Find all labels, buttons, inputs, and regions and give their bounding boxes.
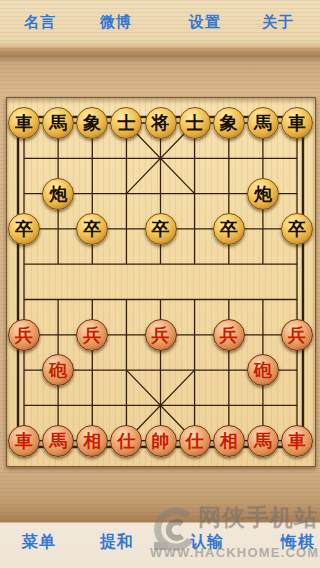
offer-draw-button[interactable]: 提和 (100, 532, 134, 553)
piece-black-cannon[interactable]: 炮 (247, 178, 279, 210)
piece-black-soldier[interactable]: 卒 (145, 213, 177, 245)
menu-button[interactable]: 菜单 (22, 532, 56, 553)
piece-red-advisor[interactable]: 仕 (179, 425, 211, 457)
about-button[interactable]: 关于 (262, 13, 294, 32)
piece-red-general[interactable]: 帥 (145, 425, 177, 457)
bottom-toolbar: 菜单提和认输悔棋 (0, 523, 320, 568)
piece-red-elephant[interactable]: 相 (213, 425, 245, 457)
weibo-button[interactable]: 微博 (100, 13, 132, 32)
piece-black-soldier[interactable]: 卒 (76, 213, 108, 245)
piece-black-elephant[interactable]: 象 (76, 107, 108, 139)
piece-red-soldier[interactable]: 兵 (281, 319, 313, 351)
piece-red-cannon[interactable]: 砲 (42, 354, 74, 386)
piece-black-horse[interactable]: 馬 (247, 107, 279, 139)
piece-red-advisor[interactable]: 仕 (110, 425, 142, 457)
undo-move-button[interactable]: 悔棋 (281, 532, 315, 553)
piece-red-soldier[interactable]: 兵 (213, 319, 245, 351)
piece-black-soldier[interactable]: 卒 (213, 213, 245, 245)
piece-black-horse[interactable]: 馬 (42, 107, 74, 139)
piece-black-advisor[interactable]: 士 (179, 107, 211, 139)
piece-red-soldier[interactable]: 兵 (145, 319, 177, 351)
board-grid-lines (7, 98, 315, 466)
settings-button[interactable]: 设置 (189, 13, 221, 32)
piece-black-cannon[interactable]: 炮 (42, 178, 74, 210)
xiangqi-board[interactable]: 車馬象士将士象馬車炮炮卒卒卒卒卒兵兵兵兵兵砲砲車馬相仕帥仕相馬車 (6, 97, 316, 467)
piece-red-chariot[interactable]: 車 (281, 425, 313, 457)
piece-black-chariot[interactable]: 車 (281, 107, 313, 139)
top-toolbar: 名言微博设置关于 (0, 0, 320, 44)
piece-black-soldier[interactable]: 卒 (8, 213, 40, 245)
piece-red-soldier[interactable]: 兵 (76, 319, 108, 351)
piece-red-cannon[interactable]: 砲 (247, 354, 279, 386)
piece-red-horse[interactable]: 馬 (42, 425, 74, 457)
piece-black-elephant[interactable]: 象 (213, 107, 245, 139)
resign-button[interactable]: 认输 (190, 532, 224, 553)
xiangqi-app-screen: 名言微博设置关于 (0, 0, 320, 568)
piece-red-horse[interactable]: 馬 (247, 425, 279, 457)
piece-black-general[interactable]: 将 (145, 107, 177, 139)
piece-red-soldier[interactable]: 兵 (8, 319, 40, 351)
piece-red-chariot[interactable]: 車 (8, 425, 40, 457)
piece-black-soldier[interactable]: 卒 (281, 213, 313, 245)
quotes-button[interactable]: 名言 (24, 13, 56, 32)
piece-black-chariot[interactable]: 車 (8, 107, 40, 139)
piece-red-elephant[interactable]: 相 (76, 425, 108, 457)
